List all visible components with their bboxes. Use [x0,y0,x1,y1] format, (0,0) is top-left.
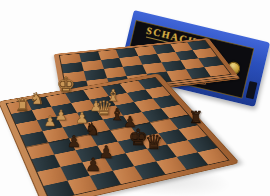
chess-set-product-photo: SCHACH ♜♞♚♟♟♟♛♟♝♝♟♜♞♟♚♛♟♟ [0,0,270,196]
box-end-label [246,81,258,99]
